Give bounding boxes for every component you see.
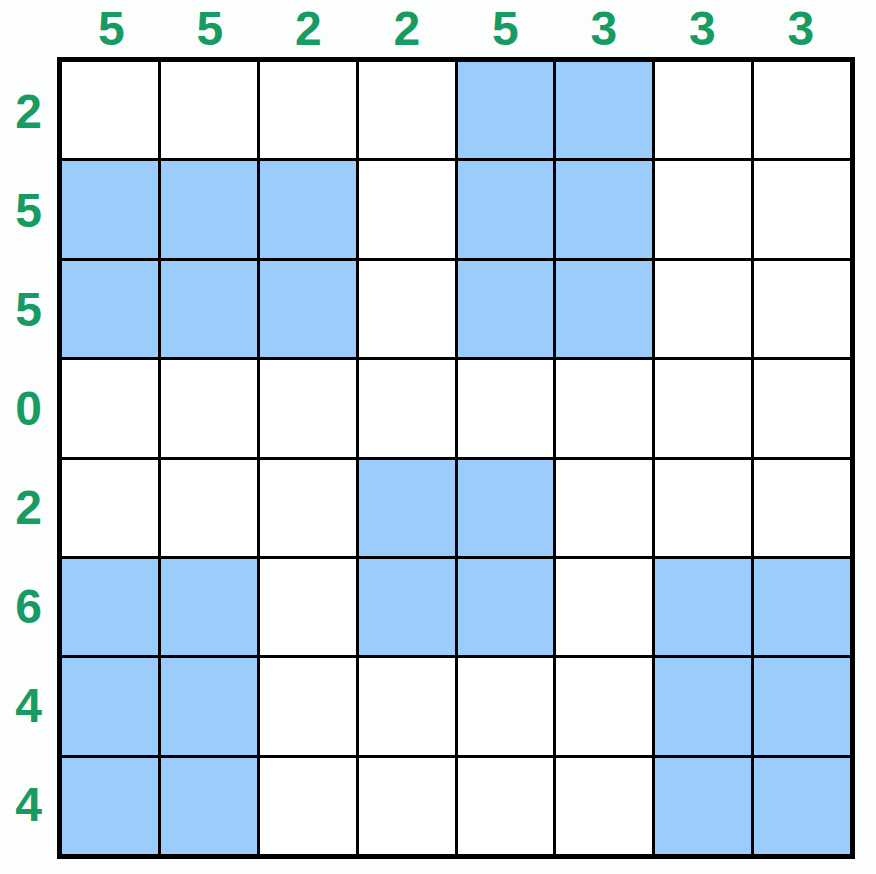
cell-r6-c4-filled[interactable]	[359, 559, 455, 655]
cell-r1-c2-empty[interactable]	[161, 62, 257, 158]
column-clue-2: 5	[161, 5, 260, 53]
cell-r6-c2-filled[interactable]	[161, 559, 257, 655]
cell-r1-c5-filled[interactable]	[458, 62, 554, 158]
cell-r2-c6-filled[interactable]	[556, 161, 652, 257]
cell-r3-c8-empty[interactable]	[754, 261, 850, 357]
cell-r3-c6-filled[interactable]	[556, 261, 652, 357]
clue-corner-spacer	[0, 0, 57, 57]
row-clue-1: 2	[0, 88, 57, 136]
cell-r6-c3-empty[interactable]	[260, 559, 356, 655]
cell-r6-c6-empty[interactable]	[556, 559, 652, 655]
cell-r6-c5-filled[interactable]	[458, 559, 554, 655]
cell-r5-c1-empty[interactable]	[62, 460, 158, 556]
cell-r5-c3-empty[interactable]	[260, 460, 356, 556]
column-clue-5: 5	[456, 5, 555, 53]
cell-r4-c2-empty[interactable]	[161, 360, 257, 456]
column-clue-7: 3	[653, 5, 752, 53]
cell-r2-c8-empty[interactable]	[754, 161, 850, 257]
cell-r4-c8-empty[interactable]	[754, 360, 850, 456]
game-board	[57, 57, 855, 859]
cell-r5-c7-empty[interactable]	[655, 460, 751, 556]
cell-r7-c8-filled[interactable]	[754, 658, 850, 754]
cell-r1-c1-empty[interactable]	[62, 62, 158, 158]
cell-r2-c2-filled[interactable]	[161, 161, 257, 257]
cell-r1-c8-empty[interactable]	[754, 62, 850, 158]
row-clues: 25502644	[0, 57, 57, 859]
column-clue-3: 2	[259, 5, 358, 53]
row-clue-6: 6	[0, 583, 57, 631]
cell-r8-c7-filled[interactable]	[655, 758, 751, 854]
cell-r4-c5-empty[interactable]	[458, 360, 554, 456]
cell-r3-c4-empty[interactable]	[359, 261, 455, 357]
cell-r3-c7-empty[interactable]	[655, 261, 751, 357]
cell-r1-c7-empty[interactable]	[655, 62, 751, 158]
column-clue-6: 3	[555, 5, 654, 53]
column-clue-8: 3	[752, 5, 851, 53]
column-clues: 55225333	[57, 0, 855, 57]
cell-r8-c1-filled[interactable]	[62, 758, 158, 854]
cell-r8-c5-empty[interactable]	[458, 758, 554, 854]
cell-r5-c2-empty[interactable]	[161, 460, 257, 556]
cell-r2-c1-filled[interactable]	[62, 161, 158, 257]
cell-r8-c2-filled[interactable]	[161, 758, 257, 854]
cell-r8-c6-empty[interactable]	[556, 758, 652, 854]
row-clue-8: 4	[0, 781, 57, 829]
cell-r6-c1-filled[interactable]	[62, 559, 158, 655]
cell-r8-c8-filled[interactable]	[754, 758, 850, 854]
cell-r7-c3-empty[interactable]	[260, 658, 356, 754]
cell-r5-c4-filled[interactable]	[359, 460, 455, 556]
cell-r7-c2-filled[interactable]	[161, 658, 257, 754]
cell-r2-c7-empty[interactable]	[655, 161, 751, 257]
cell-r7-c5-empty[interactable]	[458, 658, 554, 754]
row-clue-2: 5	[0, 187, 57, 235]
cell-r6-c7-filled[interactable]	[655, 559, 751, 655]
row-clue-4: 0	[0, 385, 57, 433]
cell-r8-c3-empty[interactable]	[260, 758, 356, 854]
cell-r7-c1-filled[interactable]	[62, 658, 158, 754]
cell-r5-c5-filled[interactable]	[458, 460, 554, 556]
row-clue-5: 2	[0, 484, 57, 532]
cell-r3-c2-filled[interactable]	[161, 261, 257, 357]
cell-r1-c6-filled[interactable]	[556, 62, 652, 158]
cell-r5-c6-empty[interactable]	[556, 460, 652, 556]
cell-r3-c1-filled[interactable]	[62, 261, 158, 357]
cell-r4-c4-empty[interactable]	[359, 360, 455, 456]
cell-r2-c3-filled[interactable]	[260, 161, 356, 257]
column-clue-4: 2	[358, 5, 457, 53]
cell-r4-c1-empty[interactable]	[62, 360, 158, 456]
row-clue-3: 5	[0, 286, 57, 334]
cell-r4-c7-empty[interactable]	[655, 360, 751, 456]
cell-r1-c3-empty[interactable]	[260, 62, 356, 158]
cell-r5-c8-empty[interactable]	[754, 460, 850, 556]
cell-r7-c7-filled[interactable]	[655, 658, 751, 754]
puzzle: 55225333 25502644	[0, 0, 876, 859]
cell-r7-c4-empty[interactable]	[359, 658, 455, 754]
cell-r8-c4-empty[interactable]	[359, 758, 455, 854]
column-clue-1: 5	[62, 5, 161, 53]
cell-r4-c6-empty[interactable]	[556, 360, 652, 456]
cell-r2-c4-empty[interactable]	[359, 161, 455, 257]
cell-r1-c4-empty[interactable]	[359, 62, 455, 158]
cell-r3-c3-filled[interactable]	[260, 261, 356, 357]
cell-r3-c5-filled[interactable]	[458, 261, 554, 357]
cell-r4-c3-empty[interactable]	[260, 360, 356, 456]
cell-r6-c8-filled[interactable]	[754, 559, 850, 655]
cell-r7-c6-empty[interactable]	[556, 658, 652, 754]
row-clue-7: 4	[0, 682, 57, 730]
cell-r2-c5-filled[interactable]	[458, 161, 554, 257]
